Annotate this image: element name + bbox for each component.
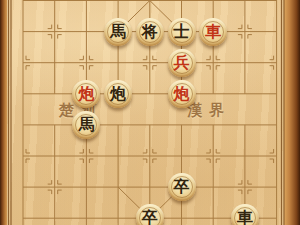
piece-glyph: 馬 <box>110 24 126 40</box>
piece-red-cannon[interactable]: 炮 <box>72 80 100 108</box>
piece-black-advisor[interactable]: 士 <box>168 18 196 46</box>
piece-black-general[interactable]: 将 <box>136 18 164 46</box>
piece-glyph: 卒 <box>142 210 158 225</box>
piece-glyph: 兵 <box>174 55 190 71</box>
piece-glyph: 卒 <box>174 179 190 195</box>
piece-glyph: 車 <box>205 24 221 40</box>
piece-glyph: 炮 <box>174 86 190 102</box>
piece-black-chariot[interactable]: 車 <box>231 204 259 225</box>
piece-glyph: 炮 <box>110 86 126 102</box>
piece-glyph: 炮 <box>78 86 94 102</box>
piece-black-soldier[interactable]: 卒 <box>168 173 196 201</box>
piece-black-cannon[interactable]: 炮 <box>104 80 132 108</box>
piece-red-chariot[interactable]: 車 <box>199 18 227 46</box>
piece-glyph: 車 <box>237 210 253 225</box>
piece-glyph: 士 <box>174 24 190 40</box>
piece-black-horse[interactable]: 馬 <box>72 111 100 139</box>
piece-red-soldier[interactable]: 兵 <box>168 49 196 77</box>
piece-glyph: 馬 <box>78 117 94 133</box>
pieces-layer: 馬将士車兵炮炮炮馬卒卒車 <box>0 0 300 225</box>
piece-black-soldier[interactable]: 卒 <box>136 204 164 225</box>
piece-black-horse[interactable]: 馬 <box>104 18 132 46</box>
xiangqi-board[interactable]: 楚河 漢界 馬将士車兵炮炮炮馬卒卒車 <box>0 0 300 225</box>
piece-glyph: 将 <box>142 24 158 40</box>
piece-red-cannon[interactable]: 炮 <box>168 80 196 108</box>
